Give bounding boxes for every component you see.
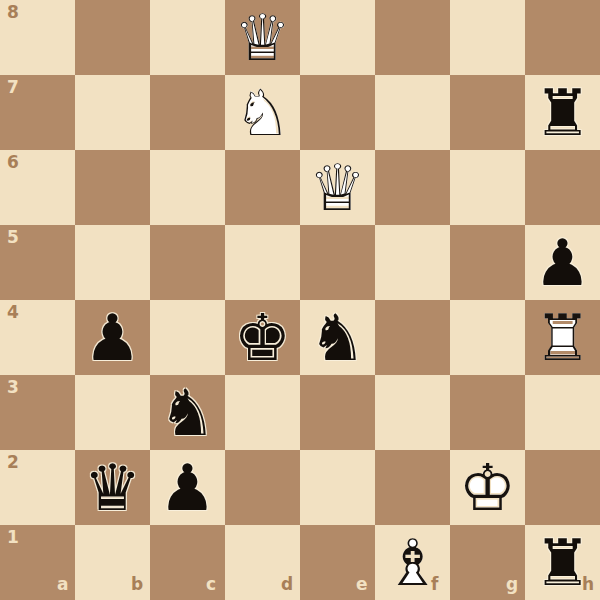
piece-black-rook-h7[interactable]: ♜ — [525, 75, 600, 150]
piece-glyph-fill: ♚ — [450, 450, 525, 525]
square-e5[interactable] — [300, 225, 375, 300]
piece-black-pawn-h5[interactable]: ♟ — [525, 225, 600, 300]
piece-glyph-fill: ♞ — [150, 375, 225, 450]
square-e8[interactable] — [300, 0, 375, 75]
square-b7[interactable] — [75, 75, 150, 150]
square-b3[interactable] — [75, 375, 150, 450]
square-c6[interactable] — [150, 150, 225, 225]
piece-glyph-line: ♕ — [300, 150, 375, 225]
square-h6[interactable] — [525, 150, 600, 225]
piece-glyph-line: ♕ — [225, 0, 300, 75]
piece-glyph-fill: ♛ — [75, 450, 150, 525]
piece-glyph-fill: ♛ — [300, 150, 375, 225]
piece-glyph-fill: ♟ — [75, 300, 150, 375]
square-h3[interactable] — [525, 375, 600, 450]
square-f6[interactable] — [375, 150, 450, 225]
piece-black-knight-c3[interactable]: ♞ — [150, 375, 225, 450]
file-label-c: c — [206, 576, 216, 593]
piece-black-queen-b2[interactable]: ♛ — [75, 450, 150, 525]
square-f5[interactable] — [375, 225, 450, 300]
piece-glyph-fill: ♚ — [225, 300, 300, 375]
square-d6[interactable] — [225, 150, 300, 225]
file-label-e: e — [356, 576, 368, 593]
piece-white-knight-d7[interactable]: ♞ ♘ — [225, 75, 300, 150]
square-g6[interactable] — [450, 150, 525, 225]
square-g8[interactable] — [450, 0, 525, 75]
piece-black-pawn-c2[interactable]: ♟ — [150, 450, 225, 525]
piece-white-bishop-f1[interactable]: ♝ ♗ — [375, 525, 450, 600]
piece-glyph-fill: ♟ — [525, 225, 600, 300]
rank-label-5: 5 — [7, 229, 19, 246]
square-h8[interactable] — [525, 0, 600, 75]
piece-black-rook-h1[interactable]: ♜ — [525, 525, 600, 600]
square-b5[interactable] — [75, 225, 150, 300]
square-f4[interactable] — [375, 300, 450, 375]
square-b6[interactable] — [75, 150, 150, 225]
piece-black-knight-e4[interactable]: ♞ — [300, 300, 375, 375]
file-label-a: a — [57, 576, 68, 593]
file-label-b: b — [131, 576, 143, 593]
rank-label-7: 7 — [7, 79, 19, 96]
piece-glyph-fill: ♜ — [525, 525, 600, 600]
piece-glyph-line: ♔ — [450, 450, 525, 525]
square-c7[interactable] — [150, 75, 225, 150]
square-d3[interactable] — [225, 375, 300, 450]
piece-black-king-d4[interactable]: ♚ — [225, 300, 300, 375]
piece-glyph-fill: ♟ — [150, 450, 225, 525]
rank-label-8: 8 — [7, 4, 19, 21]
square-g3[interactable] — [450, 375, 525, 450]
square-f2[interactable] — [375, 450, 450, 525]
square-g7[interactable] — [450, 75, 525, 150]
square-d2[interactable] — [225, 450, 300, 525]
square-c4[interactable] — [150, 300, 225, 375]
square-d5[interactable] — [225, 225, 300, 300]
square-b8[interactable] — [75, 0, 150, 75]
piece-glyph-line: ♖ — [525, 300, 600, 375]
piece-black-pawn-b4[interactable]: ♟ — [75, 300, 150, 375]
square-f3[interactable] — [375, 375, 450, 450]
chess-board[interactable]: 8 7 6 5 4 3 2 1 a b c d e f g h ♛ ♕ ♞ ♘ … — [0, 0, 600, 600]
piece-glyph-fill: ♛ — [225, 0, 300, 75]
square-h2[interactable] — [525, 450, 600, 525]
file-label-d: d — [281, 576, 293, 593]
square-f8[interactable] — [375, 0, 450, 75]
square-e3[interactable] — [300, 375, 375, 450]
square-g4[interactable] — [450, 300, 525, 375]
piece-white-king-g2[interactable]: ♚ ♔ — [450, 450, 525, 525]
piece-glyph-fill: ♜ — [525, 75, 600, 150]
square-e7[interactable] — [300, 75, 375, 150]
piece-glyph-line: ♗ — [375, 525, 450, 600]
piece-white-queen-d8[interactable]: ♛ ♕ — [225, 0, 300, 75]
rank-label-4: 4 — [7, 304, 19, 321]
file-label-g: g — [506, 576, 518, 593]
rank-label-3: 3 — [7, 379, 19, 396]
rank-label-6: 6 — [7, 154, 19, 171]
piece-glyph-fill: ♝ — [375, 525, 450, 600]
square-c8[interactable] — [150, 0, 225, 75]
piece-glyph-fill: ♞ — [225, 75, 300, 150]
rank-label-2: 2 — [7, 454, 19, 471]
square-c5[interactable] — [150, 225, 225, 300]
piece-white-rook-h4[interactable]: ♜ ♖ — [525, 300, 600, 375]
piece-glyph-fill: ♜ — [525, 300, 600, 375]
piece-glyph-fill: ♞ — [300, 300, 375, 375]
rank-label-1: 1 — [7, 529, 19, 546]
piece-glyph-line: ♘ — [225, 75, 300, 150]
square-e2[interactable] — [300, 450, 375, 525]
piece-white-queen-e6[interactable]: ♛ ♕ — [300, 150, 375, 225]
square-g5[interactable] — [450, 225, 525, 300]
square-f7[interactable] — [375, 75, 450, 150]
